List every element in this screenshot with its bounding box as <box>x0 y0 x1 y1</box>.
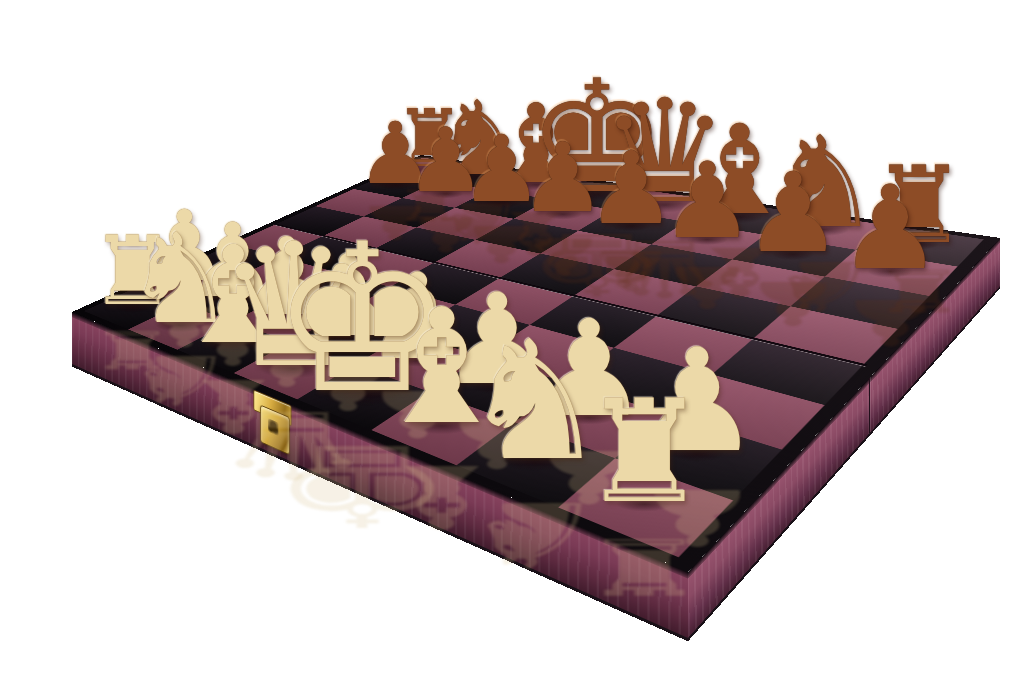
board-squares <box>84 158 984 558</box>
chess-set-photo: ♜♞♝♚♛♝♞♜♟♟♟♟♟♟♟♟♟♟♟♟♟♟♟♟♜♞♝♛♚♝♞♜♜♞♝♚♛♝♞♜… <box>0 0 1024 683</box>
fold-seam-side <box>869 377 870 434</box>
